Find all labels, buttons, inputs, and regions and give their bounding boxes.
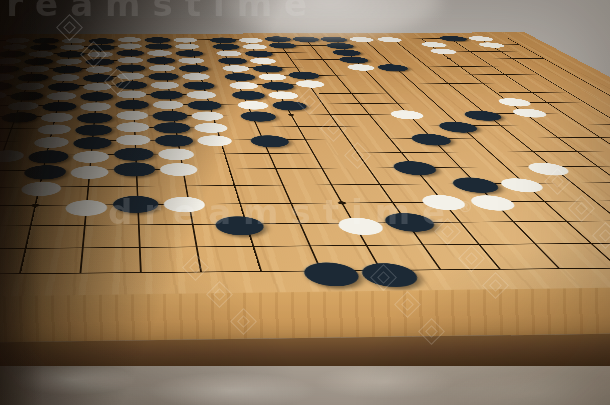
white-stone: ● xyxy=(502,107,556,118)
fur-background-top xyxy=(215,0,445,40)
black-stone: ● xyxy=(351,260,427,287)
white-stone: ● xyxy=(471,41,511,48)
black-stone: ● xyxy=(245,134,294,148)
black-stone: ● xyxy=(372,63,413,71)
go-board: ●●●●●●●●●●●●●●●●●●●●●●●●●●●●●●●●●●●●●●●●… xyxy=(0,32,610,304)
black-stone: ● xyxy=(385,159,444,175)
black-stone: ● xyxy=(111,160,158,176)
stones-layer: ●●●●●●●●●●●●●●●●●●●●●●●●●●●●●●●●●●●●●●●●… xyxy=(0,35,610,290)
black-stone: ● xyxy=(210,213,270,235)
black-stone: ● xyxy=(236,110,281,122)
board-front-edge xyxy=(0,288,610,379)
black-stone: ● xyxy=(0,111,41,123)
black-stone: ● xyxy=(110,193,162,212)
white-stone: ● xyxy=(59,197,112,217)
white-stone: ● xyxy=(155,161,204,177)
go-photo-stage: ●●●●●●●●●●●●●●●●●●●●●●●●●●●●●●●●●●●●●●●●… xyxy=(0,0,610,405)
fur-rug xyxy=(0,366,610,405)
board-scene: ●●●●●●●●●●●●●●●●●●●●●●●●●●●●●●●●●●●●●●●●… xyxy=(0,32,610,304)
white-stone: ● xyxy=(289,79,330,88)
white-stone: ● xyxy=(192,133,238,147)
white-stone: ● xyxy=(382,109,432,120)
white-stone: ● xyxy=(423,48,463,55)
white-stone: ● xyxy=(14,179,67,197)
white-stone: ● xyxy=(65,163,113,179)
white-stone: ● xyxy=(158,194,212,214)
